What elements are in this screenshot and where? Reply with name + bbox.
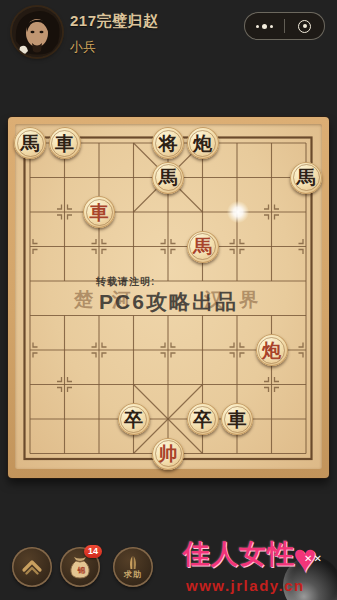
piece-glyph: 馬 <box>159 168 178 187</box>
svg-text:锦: 锦 <box>77 566 86 575</box>
target-circle-icon <box>298 20 311 33</box>
player-rank: 小兵 <box>70 38 159 56</box>
app-screen: 217完璧归赵 小兵 楚河 汉界 转载请注明: PC6攻略出品 馬車将炮馬馬車馬… <box>0 0 337 600</box>
piece-black-soldier[interactable]: 卒 <box>118 403 150 435</box>
avatar[interactable] <box>12 7 62 57</box>
piece-glyph: 炮 <box>262 341 281 360</box>
collapse-button[interactable] <box>12 547 52 587</box>
piece-glyph: 車 <box>90 203 109 222</box>
help-button[interactable]: 求助 <box>113 547 153 587</box>
piece-glyph: 馬 <box>193 237 212 256</box>
piece-glyph: 卒 <box>124 410 143 429</box>
board-watermark-note: 转载请注明: <box>96 275 155 289</box>
piece-glyph: 帅 <box>159 444 178 463</box>
heart-x-marks: ✕✕ <box>304 553 323 564</box>
piece-black-chariot[interactable]: 車 <box>221 403 253 435</box>
piece-black-horse[interactable]: 馬 <box>152 162 184 194</box>
chevron-up-icon <box>20 555 44 579</box>
avatar-portrait <box>12 7 62 57</box>
piece-glyph: 車 <box>228 410 247 429</box>
minimize-button[interactable] <box>285 13 324 39</box>
piece-red-horse[interactable]: 馬 <box>187 231 219 263</box>
piece-glyph: 車 <box>55 134 74 153</box>
piece-glyph: 馬 <box>297 168 316 187</box>
ellipsis-icon <box>256 24 273 29</box>
piece-glyph: 馬 <box>21 134 40 153</box>
site-name: 佳人女性 <box>183 536 295 572</box>
piece-glyph: 卒 <box>193 410 212 429</box>
more-button[interactable] <box>245 13 284 39</box>
piece-red-chariot[interactable]: 車 <box>83 196 115 228</box>
sparkle-effect <box>227 201 249 223</box>
piece-black-horse[interactable]: 馬 <box>14 127 46 159</box>
piece-black-chariot[interactable]: 車 <box>49 127 81 159</box>
piece-black-horse[interactable]: 馬 <box>290 162 322 194</box>
xiangqi-board[interactable]: 楚河 汉界 转载请注明: PC6攻略出品 馬車将炮馬馬車馬炮卒卒車帅 <box>8 117 329 478</box>
board-watermark-brand: PC6攻略出品 <box>99 288 238 316</box>
piece-red-general[interactable]: 帅 <box>152 438 184 470</box>
piece-black-cannon[interactable]: 炮 <box>187 127 219 159</box>
piece-black-soldier[interactable]: 卒 <box>187 403 219 435</box>
top-bar: 217完璧归赵 小兵 <box>0 0 337 62</box>
piece-glyph: 将 <box>159 134 178 153</box>
level-title: 217完璧归赵 <box>70 12 159 31</box>
site-url: www.jrlady.cn <box>186 577 305 594</box>
wechat-capsule <box>244 12 325 40</box>
piece-red-cannon[interactable]: 炮 <box>256 334 288 366</box>
hint-count-badge: 14 <box>84 545 102 558</box>
piece-glyph: 炮 <box>193 134 212 153</box>
piece-black-general[interactable]: 将 <box>152 127 184 159</box>
help-label: 求助 <box>124 569 142 580</box>
